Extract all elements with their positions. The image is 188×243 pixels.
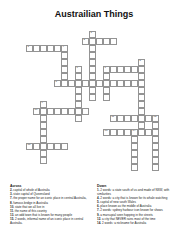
grid-cell[interactable] <box>138 87 145 94</box>
grid-cell[interactable] <box>138 129 145 136</box>
grid-cell[interactable] <box>89 66 96 73</box>
grid-cell[interactable] <box>54 45 61 52</box>
grid-cell[interactable] <box>138 94 145 101</box>
grid-cell[interactable]: 9 <box>40 101 47 108</box>
grid-cell[interactable] <box>152 150 159 157</box>
grid-cell[interactable] <box>152 136 159 143</box>
cell-number: 8 <box>56 81 57 84</box>
clue-item: 15. 2 words, informal name of an iconic … <box>10 218 92 225</box>
grid-cell[interactable]: 8 <box>54 80 61 87</box>
grid-cell[interactable] <box>124 80 131 87</box>
grid-cell[interactable]: 4 <box>61 45 68 52</box>
grid-cell[interactable] <box>117 129 124 136</box>
grid-cell[interactable] <box>110 80 117 87</box>
cell-number: 9 <box>42 102 43 105</box>
grid-cell[interactable] <box>131 66 138 73</box>
grid-cell[interactable]: 6 <box>75 66 82 73</box>
grid-cell[interactable]: 15 <box>26 143 33 150</box>
grid-cell[interactable] <box>33 143 40 150</box>
grid-cell[interactable] <box>75 87 82 94</box>
grid-cell[interactable] <box>40 108 47 115</box>
clue-text: 2 words: a state south of us and made of… <box>97 188 169 196</box>
grid-cell[interactable] <box>40 143 47 150</box>
grid-cell[interactable] <box>138 122 145 129</box>
across-clues-section: Across 2. capital of whole of Australia3… <box>10 184 92 226</box>
grid-cell[interactable] <box>61 108 68 115</box>
clue-item: 14. 2 words: a nickname for Australia <box>97 222 183 226</box>
grid-cell[interactable] <box>138 66 145 73</box>
grid-cell[interactable] <box>54 108 61 115</box>
cell-number: 15 <box>28 144 31 147</box>
cell-number: 3 <box>28 46 29 49</box>
grid-cell[interactable] <box>110 38 117 45</box>
grid-cell[interactable] <box>89 38 96 45</box>
grid-cell[interactable] <box>89 73 96 80</box>
grid-cell[interactable] <box>33 45 40 52</box>
grid-cell[interactable] <box>131 150 138 157</box>
grid-cell[interactable]: 10 <box>33 108 40 115</box>
grid-cell[interactable] <box>138 115 145 122</box>
grid-cell[interactable] <box>40 150 47 157</box>
crossword-grid: 123456789101112131415 <box>26 31 160 172</box>
grid-cell[interactable]: 1 <box>89 31 96 38</box>
cell-number: 14 <box>133 130 136 133</box>
grid-cell[interactable] <box>75 115 82 122</box>
clue-text: 2 words: a nickname for Australia <box>102 221 146 225</box>
grid-cell[interactable] <box>82 108 89 115</box>
grid-cell[interactable] <box>152 129 159 136</box>
crossword-page: Austrailian Things 123456789101112131415… <box>0 0 188 243</box>
grid-cell[interactable] <box>75 101 82 108</box>
grid-cell[interactable] <box>61 66 68 73</box>
grid-cell[interactable] <box>40 122 47 129</box>
grid-cell[interactable] <box>103 73 110 80</box>
grid-cell[interactable] <box>110 66 117 73</box>
grid-cell[interactable] <box>40 157 47 164</box>
grid-cell[interactable] <box>124 66 131 73</box>
grid-cell[interactable] <box>152 164 159 171</box>
cell-number: 2 <box>84 39 85 42</box>
down-clue-list: 1. 2 words: a state south of us and made… <box>97 189 183 226</box>
grid-cell[interactable] <box>131 164 138 171</box>
grid-cell[interactable] <box>124 115 131 122</box>
grid-cell[interactable] <box>124 129 131 136</box>
grid-cell[interactable] <box>89 52 96 59</box>
grid-cell[interactable] <box>152 143 159 150</box>
cell-number: 7 <box>105 67 106 70</box>
grid-cell[interactable] <box>82 80 89 87</box>
grid-cell[interactable] <box>131 80 138 87</box>
grid-cell[interactable] <box>47 45 54 52</box>
cell-number: 12 <box>154 116 157 119</box>
grid-cell[interactable] <box>61 73 68 80</box>
cell-number: 6 <box>77 67 78 70</box>
grid-cell[interactable] <box>40 136 47 143</box>
grid-cell[interactable]: 13 <box>103 129 110 136</box>
across-clue-list: 2. capital of whole of Australia3. state… <box>10 189 92 226</box>
grid-cell[interactable] <box>68 108 75 115</box>
grid-cell[interactable] <box>40 45 47 52</box>
grid-cell[interactable] <box>89 87 96 94</box>
grid-cell[interactable] <box>40 129 47 136</box>
grid-cell[interactable] <box>75 80 82 87</box>
grid-cell[interactable] <box>61 59 68 66</box>
grid-cell[interactable] <box>47 143 54 150</box>
cell-number: 5 <box>140 60 141 63</box>
grid-cell[interactable] <box>145 129 152 136</box>
grid-cell[interactable] <box>75 108 82 115</box>
grid-cell[interactable] <box>152 157 159 164</box>
grid-cell[interactable] <box>110 129 117 136</box>
clue-text: 2 words, informal name of an iconic plac… <box>10 217 83 225</box>
grid-cell[interactable] <box>47 108 54 115</box>
grid-cell[interactable] <box>117 80 124 87</box>
grid-cell[interactable] <box>68 80 75 87</box>
grid-cell[interactable] <box>138 73 145 80</box>
grid-cell[interactable] <box>96 80 103 87</box>
cell-number: 10 <box>35 109 38 112</box>
grid-cell[interactable] <box>61 52 68 59</box>
grid-cell[interactable]: 2 <box>82 38 89 45</box>
grid-cell[interactable] <box>117 115 124 122</box>
grid-cell[interactable] <box>103 80 110 87</box>
grid-cell[interactable] <box>131 136 138 143</box>
grid-cell[interactable] <box>138 80 145 87</box>
grid-cell[interactable] <box>152 122 159 129</box>
grid-cell[interactable] <box>131 143 138 150</box>
grid-cell[interactable]: 11 <box>110 115 117 122</box>
grid-cell[interactable] <box>131 115 138 122</box>
grid-cell[interactable] <box>138 101 145 108</box>
grid-cell[interactable] <box>40 115 47 122</box>
grid-cell[interactable] <box>61 80 68 87</box>
grid-cell[interactable] <box>117 66 124 73</box>
grid-cell[interactable]: 5 <box>138 59 145 66</box>
grid-cell[interactable] <box>89 80 96 87</box>
cell-number: 11 <box>112 116 115 119</box>
cell-number: 4 <box>63 46 64 49</box>
grid-cell[interactable]: 14 <box>131 129 138 136</box>
grid-cell[interactable] <box>103 94 110 101</box>
grid-cell[interactable] <box>103 87 110 94</box>
grid-cell[interactable]: 3 <box>26 45 33 52</box>
cell-number: 13 <box>105 130 108 133</box>
grid-cell[interactable] <box>138 108 145 115</box>
grid-cell[interactable] <box>89 45 96 52</box>
down-clues-section: Down 1. 2 words: a state south of us and… <box>97 184 183 226</box>
grid-cell[interactable] <box>89 59 96 66</box>
grid-cell[interactable] <box>54 143 61 150</box>
grid-cell[interactable] <box>75 73 82 80</box>
grid-cell[interactable] <box>103 38 110 45</box>
grid-cell[interactable]: 7 <box>103 66 110 73</box>
grid-cell[interactable] <box>145 115 152 122</box>
grid-cell[interactable] <box>131 157 138 164</box>
cell-number: 1 <box>91 32 92 35</box>
grid-cell[interactable] <box>89 94 96 101</box>
grid-cell[interactable] <box>61 143 68 150</box>
grid-cell[interactable]: 12 <box>152 115 159 122</box>
page-title: Austrailian Things <box>0 9 188 19</box>
grid-cell[interactable] <box>96 38 103 45</box>
grid-cell[interactable] <box>75 94 82 101</box>
